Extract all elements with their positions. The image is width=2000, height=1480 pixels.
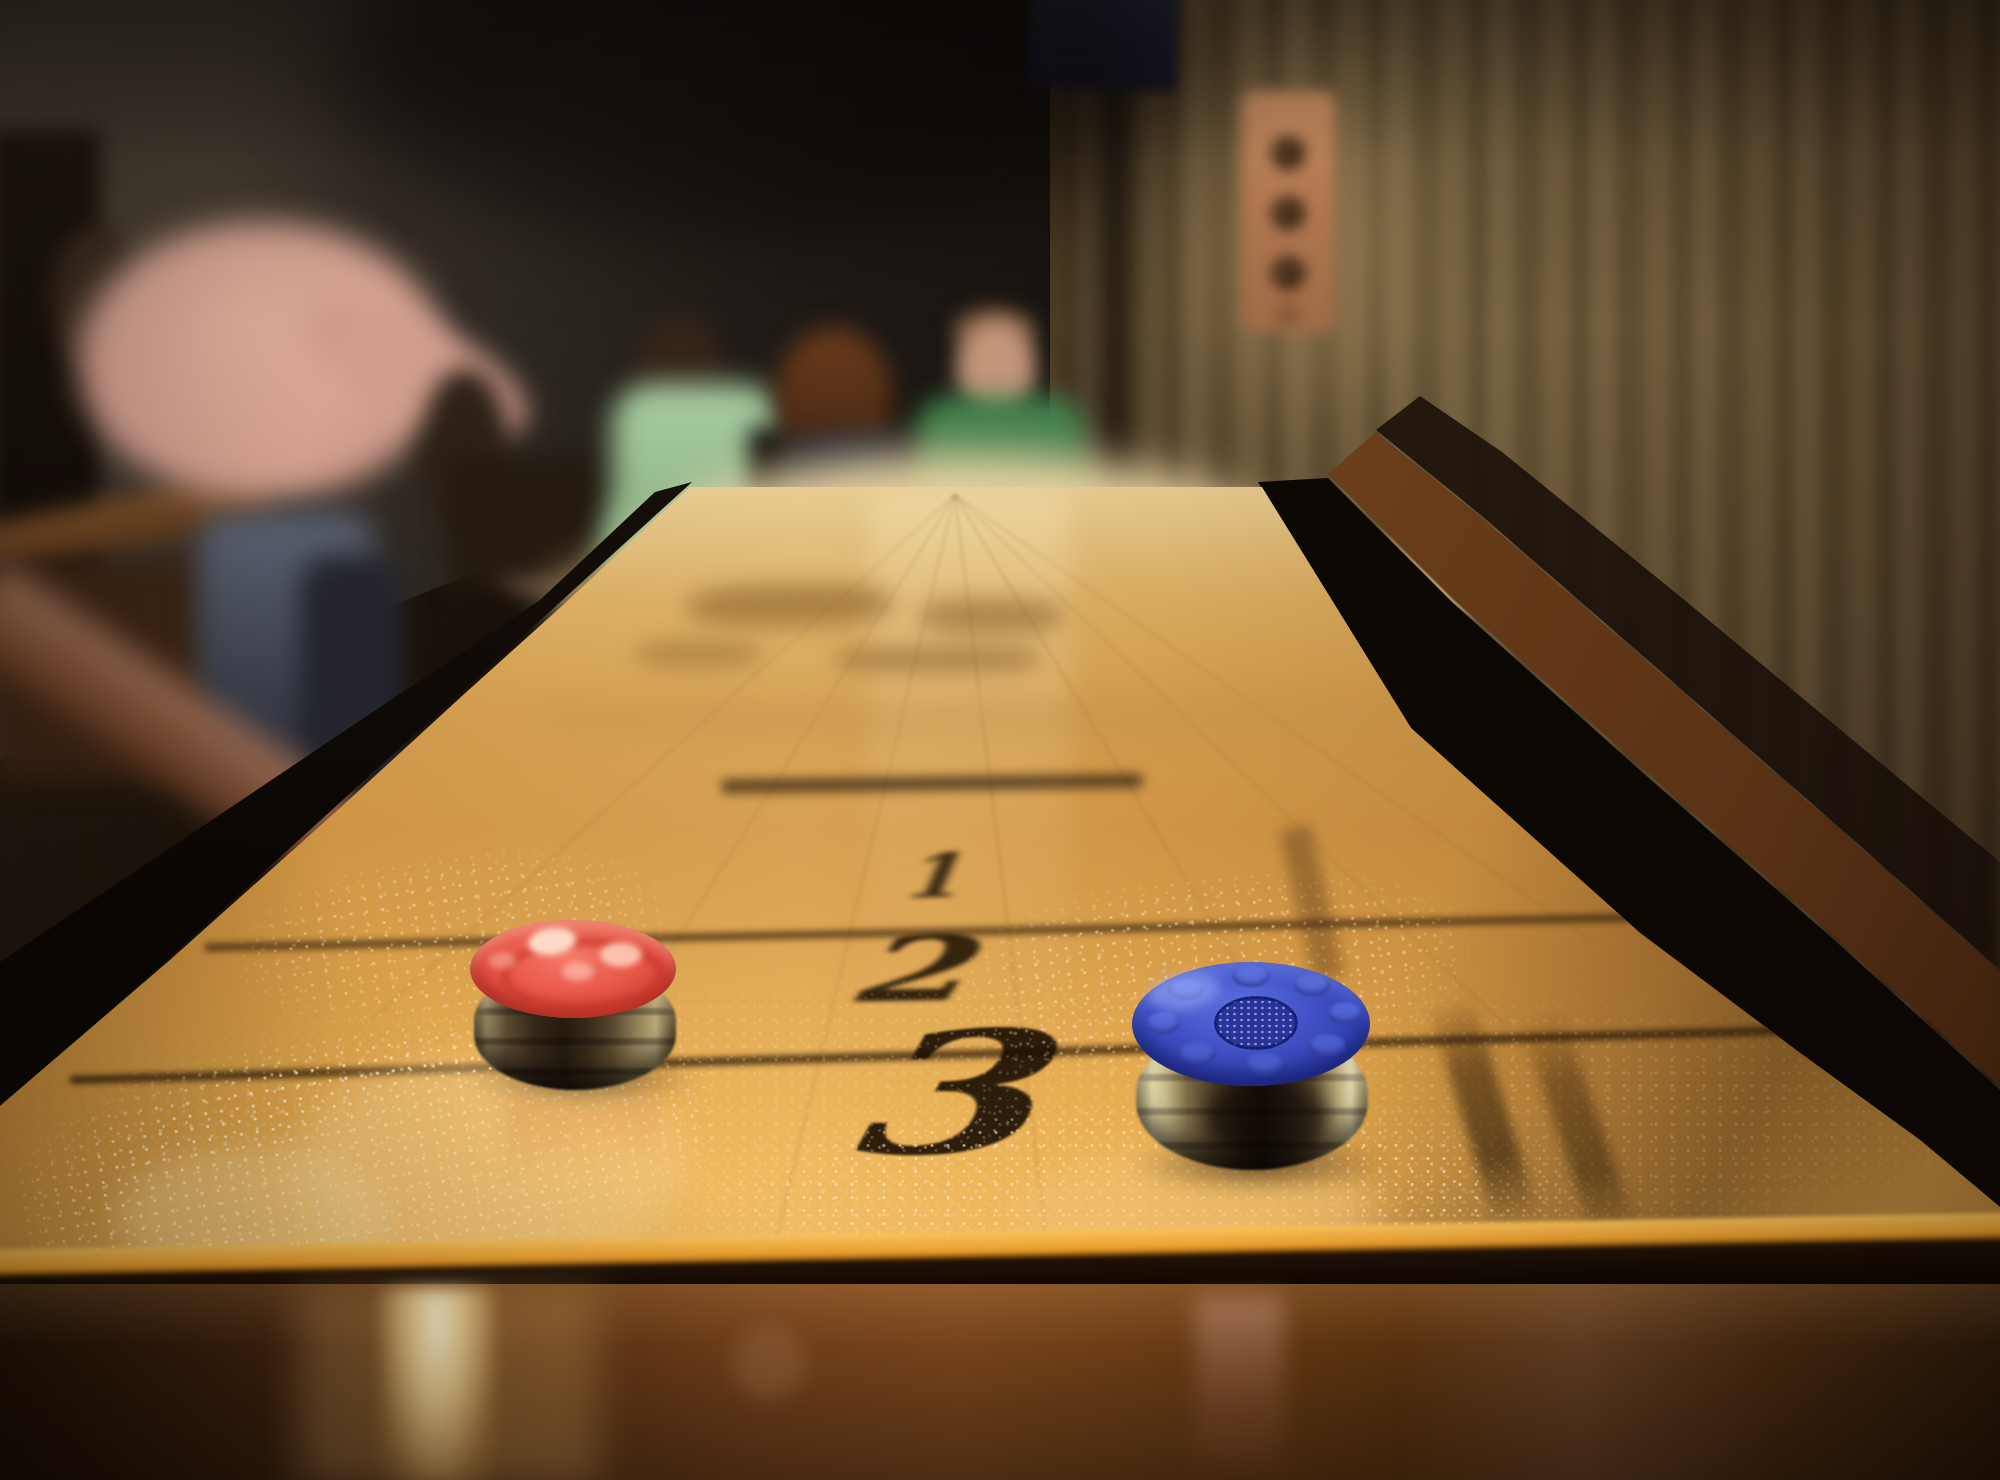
score-peg-board (1243, 92, 1335, 330)
light-reflection-streak (380, 1288, 495, 1480)
blue-puck-lug (1244, 1052, 1284, 1076)
far-faded-marking (688, 582, 894, 628)
blue-puck-lug (1308, 1034, 1346, 1057)
zone-label-1: 1 (899, 846, 963, 908)
score-hole (1271, 136, 1305, 170)
blue-puck-lug (1146, 1012, 1180, 1034)
worn-band (540, 700, 1460, 738)
bokeh-light (732, 1326, 806, 1400)
score-hole (1271, 256, 1305, 290)
blue-puck-grip-texture (1214, 996, 1298, 1050)
blue-puck-lug (1178, 1042, 1216, 1065)
blue-puck-metal-blotch (1206, 1080, 1330, 1154)
red-puck (470, 920, 682, 1110)
far-faded-marking (836, 646, 1041, 672)
red-puck-glint (488, 952, 516, 969)
red-puck-glint (600, 942, 642, 967)
far-faded-marking (636, 640, 761, 668)
blue-puck-lug (1328, 1002, 1362, 1024)
blue-puck-lug (1232, 964, 1270, 987)
red-puck-reflection (505, 1102, 660, 1174)
shuffleboard-photo: 1 2 3 (0, 0, 2000, 1480)
blue-puck (1132, 962, 1374, 1194)
score-knob (1275, 302, 1301, 326)
red-puck-glint (562, 962, 594, 981)
score-hole (1271, 196, 1305, 230)
light-reflection-streak (1196, 1296, 1284, 1480)
far-faded-marking (918, 598, 1063, 634)
blue-puck-lug (1294, 974, 1330, 996)
